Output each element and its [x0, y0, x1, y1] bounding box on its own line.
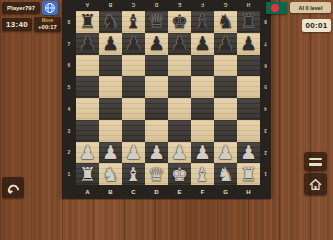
square-a3[interactable]: [76, 120, 99, 142]
board-corner: [62, 185, 76, 199]
square-d2[interactable]: ♟: [145, 142, 168, 164]
undo-icon: [6, 180, 21, 195]
square-b7[interactable]: ♟: [99, 33, 122, 55]
home-button[interactable]: [304, 173, 327, 195]
white-rook[interactable]: ♜: [240, 165, 257, 184]
square-f4[interactable]: [191, 98, 214, 120]
white-pawn[interactable]: ♟: [217, 143, 234, 162]
square-c2[interactable]: ♟: [122, 142, 145, 164]
black-knight[interactable]: ♞: [217, 12, 234, 31]
file-label-bottom-g: G: [214, 185, 237, 199]
rank-label-left-4: 4: [62, 98, 76, 120]
white-king[interactable]: ♚: [171, 165, 188, 184]
square-e7[interactable]: ♟: [168, 33, 191, 55]
square-e5[interactable]: [168, 76, 191, 98]
black-clock: 00:01: [302, 19, 331, 32]
square-a8[interactable]: ♜: [76, 11, 99, 33]
file-label-bottom-f: F: [191, 185, 214, 199]
square-g5[interactable]: [214, 76, 237, 98]
black-pawn[interactable]: ♟: [240, 34, 257, 53]
square-e1[interactable]: ♚: [168, 163, 191, 185]
black-pawn[interactable]: ♟: [171, 34, 188, 53]
file-label-bottom-d: D: [145, 185, 168, 199]
white-pawn[interactable]: ♟: [79, 143, 96, 162]
file-label-bottom-c: C: [122, 185, 145, 199]
square-f2[interactable]: ♟: [191, 142, 214, 164]
file-label-top-f: F: [191, 0, 214, 11]
square-h1[interactable]: ♜: [237, 163, 260, 185]
file-label-bottom-a: A: [76, 185, 99, 199]
square-a6[interactable]: [76, 55, 99, 77]
square-b3[interactable]: [99, 120, 122, 142]
square-h5[interactable]: [237, 76, 260, 98]
rank-label-right-6: 6: [260, 55, 271, 77]
white-clock-value: 13:40: [6, 20, 28, 29]
square-a7[interactable]: ♟: [76, 33, 99, 55]
square-c4[interactable]: [122, 98, 145, 120]
square-e6[interactable]: [168, 55, 191, 77]
rank-label-left-7: 7: [62, 33, 76, 55]
black-pawn[interactable]: ♟: [79, 34, 96, 53]
square-f3[interactable]: [191, 120, 214, 142]
square-b4[interactable]: [99, 98, 122, 120]
square-c8[interactable]: ♝: [122, 11, 145, 33]
black-bishop[interactable]: ♝: [125, 12, 142, 31]
square-a2[interactable]: ♟: [76, 142, 99, 164]
rank-label-left-1: 1: [62, 163, 76, 185]
square-d1[interactable]: ♛: [145, 163, 168, 185]
rank-label-right-1: 1: [260, 163, 271, 185]
square-d5[interactable]: [145, 76, 168, 98]
square-f7[interactable]: ♟: [191, 33, 214, 55]
square-c6[interactable]: [122, 55, 145, 77]
black-pawn[interactable]: ♟: [148, 34, 165, 53]
square-d3[interactable]: [145, 120, 168, 142]
square-g3[interactable]: [214, 120, 237, 142]
square-g8[interactable]: ♞: [214, 11, 237, 33]
square-d4[interactable]: [145, 98, 168, 120]
file-label-bottom-e: E: [168, 185, 191, 199]
move-timer-box: Move +00:17: [34, 17, 61, 32]
rank-label-left-5: 5: [62, 76, 76, 98]
square-a4[interactable]: [76, 98, 99, 120]
rank-label-right-8: 8: [260, 11, 271, 33]
file-label-top-e: E: [168, 0, 191, 11]
square-b5[interactable]: [99, 76, 122, 98]
black-king[interactable]: ♚: [171, 12, 188, 31]
black-player-name-bar: AI 0 level: [290, 2, 331, 13]
square-h2[interactable]: ♟: [237, 142, 260, 164]
black-pawn[interactable]: ♟: [125, 34, 142, 53]
square-g4[interactable]: [214, 98, 237, 120]
square-e4[interactable]: [168, 98, 191, 120]
square-h4[interactable]: [237, 98, 260, 120]
board-corner: [260, 185, 271, 199]
black-rook[interactable]: ♜: [240, 12, 257, 31]
square-f8[interactable]: ♝: [191, 11, 214, 33]
rank-label-right-5: 5: [260, 76, 271, 98]
square-b6[interactable]: [99, 55, 122, 77]
flag-red-circle: [271, 4, 279, 12]
white-player-name: Player797: [7, 5, 35, 11]
rank-label-left-6: 6: [62, 55, 76, 77]
file-label-bottom-h: H: [237, 185, 260, 199]
square-e8[interactable]: ♚: [168, 11, 191, 33]
square-d6[interactable]: [145, 55, 168, 77]
rank-label-right-3: 3: [260, 120, 271, 142]
file-label-top-d: D: [145, 0, 168, 11]
square-f5[interactable]: [191, 76, 214, 98]
undo-button[interactable]: [2, 177, 24, 198]
rank-label-right-2: 2: [260, 142, 271, 164]
black-clock-value: 00:01: [306, 21, 328, 30]
square-b2[interactable]: ♟: [99, 142, 122, 164]
white-pawn[interactable]: ♟: [102, 143, 119, 162]
menu-button[interactable]: [304, 152, 327, 171]
move-timer-value: +00:17: [38, 24, 57, 30]
square-h3[interactable]: [237, 120, 260, 142]
rank-label-right-4: 4: [260, 98, 271, 120]
white-bishop[interactable]: ♝: [125, 165, 142, 184]
home-icon: [308, 177, 323, 192]
white-player-badge-button[interactable]: [42, 1, 58, 15]
white-pawn[interactable]: ♟: [240, 143, 257, 162]
black-bishop[interactable]: ♝: [194, 12, 211, 31]
rank-label-right-7: 7: [260, 33, 271, 55]
square-g1[interactable]: ♞: [214, 163, 237, 185]
black-pawn[interactable]: ♟: [194, 34, 211, 53]
white-knight[interactable]: ♞: [102, 165, 119, 184]
white-pawn[interactable]: ♟: [171, 143, 188, 162]
black-player-name: AI 0 level: [299, 5, 323, 11]
file-label-top-h: H: [237, 0, 260, 11]
rank-label-left-3: 3: [62, 120, 76, 142]
file-label-top-c: C: [122, 0, 145, 11]
square-b1[interactable]: ♞: [99, 163, 122, 185]
white-rook[interactable]: ♜: [79, 165, 96, 184]
file-label-top-a: A: [76, 0, 99, 11]
square-h6[interactable]: [237, 55, 260, 77]
rank-label-left-2: 2: [62, 142, 76, 164]
square-a5[interactable]: [76, 76, 99, 98]
square-c7[interactable]: ♟: [122, 33, 145, 55]
bangladesh-flag: [266, 2, 287, 14]
square-g2[interactable]: ♟: [214, 142, 237, 164]
white-bishop[interactable]: ♝: [194, 165, 211, 184]
square-b8[interactable]: ♞: [99, 11, 122, 33]
move-label: Move: [42, 19, 54, 24]
black-knight[interactable]: ♞: [102, 12, 119, 31]
square-c3[interactable]: [122, 120, 145, 142]
white-player-name-bar: Player797: [2, 2, 40, 14]
black-pawn[interactable]: ♟: [217, 34, 234, 53]
board-corner: [62, 0, 76, 11]
square-g6[interactable]: [214, 55, 237, 77]
chess-board: ABCDEFGH8♜♞♝♛♚♝♞♜87♟♟♟♟♟♟♟♟7665544332♟♟♟…: [62, 0, 271, 199]
globe-icon: [44, 2, 56, 14]
white-queen[interactable]: ♛: [148, 165, 165, 184]
square-h8[interactable]: ♜: [237, 11, 260, 33]
white-clock: 13:40: [2, 18, 32, 31]
square-d8[interactable]: ♛: [145, 11, 168, 33]
square-f6[interactable]: [191, 55, 214, 77]
white-pawn[interactable]: ♟: [125, 143, 142, 162]
black-rook[interactable]: ♜: [79, 12, 96, 31]
white-pawn[interactable]: ♟: [194, 143, 211, 162]
square-c5[interactable]: [122, 76, 145, 98]
square-d7[interactable]: ♟: [145, 33, 168, 55]
square-e3[interactable]: [168, 120, 191, 142]
file-label-top-b: B: [99, 0, 122, 11]
square-e2[interactable]: ♟: [168, 142, 191, 164]
white-knight[interactable]: ♞: [217, 165, 234, 184]
file-label-bottom-b: B: [99, 185, 122, 199]
square-c1[interactable]: ♝: [122, 163, 145, 185]
menu-icon: [309, 158, 322, 161]
square-a1[interactable]: ♜: [76, 163, 99, 185]
square-h7[interactable]: ♟: [237, 33, 260, 55]
black-queen[interactable]: ♛: [148, 12, 165, 31]
file-label-top-g: G: [214, 0, 237, 11]
square-g7[interactable]: ♟: [214, 33, 237, 55]
rank-label-left-8: 8: [62, 11, 76, 33]
white-pawn[interactable]: ♟: [148, 143, 165, 162]
square-f1[interactable]: ♝: [191, 163, 214, 185]
black-pawn[interactable]: ♟: [102, 34, 119, 53]
